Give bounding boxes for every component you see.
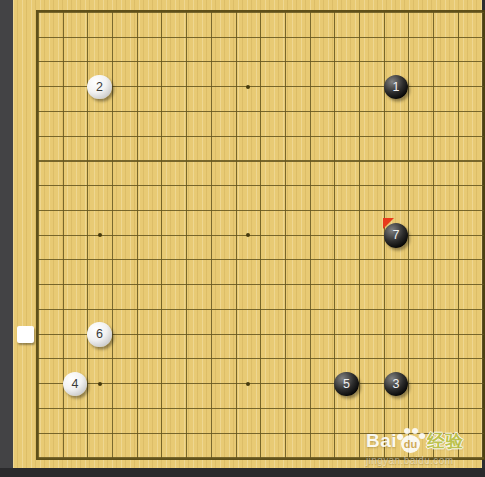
- stone-4: 4: [63, 372, 88, 397]
- baidu-paw-icon: du: [398, 428, 425, 454]
- go-app-screenshot: 1234567 Bai du 经验 jingyan.baidu.com: [0, 0, 485, 477]
- stone-3: 3: [384, 372, 409, 397]
- watermark-bai-text: Bai: [366, 430, 397, 452]
- stone-7: 7: [384, 223, 409, 248]
- watermark-du-text: du: [401, 435, 420, 453]
- watermark-jingyan-text: 经验: [427, 429, 464, 453]
- star-point: [98, 233, 102, 237]
- stones-layer: 1234567: [0, 0, 485, 477]
- star-point: [246, 85, 250, 89]
- star-point: [246, 382, 250, 386]
- stone-6: 6: [87, 322, 112, 347]
- watermark-url: jingyan.baidu.com: [366, 455, 478, 466]
- star-point: [98, 382, 102, 386]
- white-square-marker: [17, 326, 34, 343]
- stone-2: 2: [87, 75, 112, 100]
- baidu-jingyan-watermark: Bai du 经验 jingyan.baidu.com: [366, 428, 478, 466]
- stone-5: 5: [334, 372, 359, 397]
- stone-1: 1: [384, 75, 409, 100]
- star-point: [246, 233, 250, 237]
- watermark-logo: Bai du 经验: [366, 428, 478, 454]
